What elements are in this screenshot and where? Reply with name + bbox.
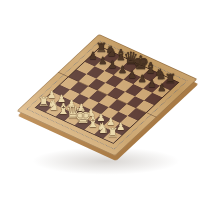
black-pawn[interactable]: ♟ — [98, 56, 107, 66]
black-pawn[interactable]: ♟ — [128, 70, 137, 80]
black-pawn[interactable]: ♟ — [148, 79, 157, 89]
black-pawn[interactable]: ♟ — [108, 60, 117, 70]
black-pawn[interactable]: ♟ — [118, 65, 127, 75]
product-photo: ♜♞♝♛♚♝♞♜♟♟♟♟♟♟♟♟♟♟♟♟♟♟♟♟♜♞♝♛♚♝♞♜ — [0, 0, 220, 200]
black-pawn[interactable]: ♟ — [138, 74, 147, 84]
black-pawn[interactable]: ♟ — [89, 51, 98, 61]
black-pawn[interactable]: ♟ — [158, 83, 167, 93]
white-rook[interactable]: ♜ — [107, 126, 119, 139]
